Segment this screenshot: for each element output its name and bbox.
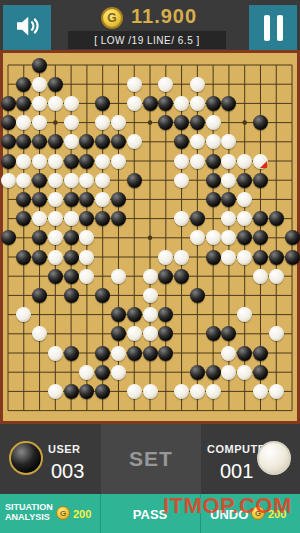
- user-black-stone-avatar: [9, 441, 43, 475]
- stone-black-4-17[interactable]: [64, 384, 79, 399]
- stone-black-16-10[interactable]: [253, 250, 268, 265]
- sound-button[interactable]: [3, 5, 51, 50]
- stone-white-9-12[interactable]: [143, 288, 158, 303]
- stone-black-18-9[interactable]: [285, 230, 300, 245]
- go-game-app: G 11.900 [ LOW /19 LINE/ 6.5 ] USER 003 …: [0, 0, 300, 533]
- stone-white-2-5[interactable]: [32, 154, 47, 169]
- stone-black-9-2[interactable]: [143, 96, 158, 111]
- stone-black-8-13[interactable]: [127, 307, 142, 322]
- stone-white-9-17[interactable]: [143, 384, 158, 399]
- stone-white-6-5[interactable]: [95, 154, 110, 169]
- stone-black-7-7[interactable]: [111, 192, 126, 207]
- stone-white-14-5[interactable]: [221, 154, 236, 169]
- stone-white-5-16[interactable]: [79, 365, 94, 380]
- stone-white-3-10[interactable]: [48, 250, 63, 265]
- stone-white-8-14[interactable]: [127, 326, 142, 341]
- stone-black-0-3[interactable]: [1, 115, 16, 130]
- stone-white-16-11[interactable]: [253, 269, 268, 284]
- stone-white-14-10[interactable]: [221, 250, 236, 265]
- stone-black-17-8[interactable]: [269, 211, 284, 226]
- stone-black-7-13[interactable]: [111, 307, 126, 322]
- stone-black-12-3[interactable]: [190, 115, 205, 130]
- stone-black-3-1[interactable]: [48, 77, 63, 92]
- stone-white-7-15[interactable]: [111, 346, 126, 361]
- computer-score: 001: [220, 460, 253, 483]
- stone-black-10-15[interactable]: [158, 346, 173, 361]
- stone-white-3-5[interactable]: [48, 154, 63, 169]
- stone-black-16-6[interactable]: [253, 173, 268, 188]
- stone-black-4-11[interactable]: [64, 269, 79, 284]
- stone-black-15-15[interactable]: [237, 346, 252, 361]
- coin-icon: G: [101, 7, 123, 29]
- stone-black-4-12[interactable]: [64, 288, 79, 303]
- header-bar: G 11.900 [ LOW /19 LINE/ 6.5 ]: [0, 0, 300, 50]
- stone-white-5-10[interactable]: [79, 250, 94, 265]
- stone-black-13-2[interactable]: [206, 96, 221, 111]
- stone-black-2-6[interactable]: [32, 173, 47, 188]
- stone-white-13-3[interactable]: [206, 115, 221, 130]
- stone-white-4-3[interactable]: [64, 115, 79, 130]
- stone-white-10-10[interactable]: [158, 250, 173, 265]
- stone-white-9-11[interactable]: [143, 269, 158, 284]
- stone-black-3-11[interactable]: [48, 269, 63, 284]
- player-bar: USER 003 SET COMPUTER 001: [0, 424, 300, 494]
- stone-white-13-9[interactable]: [206, 230, 221, 245]
- stone-white-1-6[interactable]: [16, 173, 31, 188]
- stone-black-0-5[interactable]: [1, 154, 16, 169]
- stone-white-11-2[interactable]: [174, 96, 189, 111]
- stone-black-4-15[interactable]: [64, 346, 79, 361]
- speaker-icon: [12, 11, 42, 45]
- stone-white-16-17[interactable]: [253, 384, 268, 399]
- stone-black-8-6[interactable]: [127, 173, 142, 188]
- stone-black-0-4[interactable]: [1, 134, 16, 149]
- stone-black-11-11[interactable]: [174, 269, 189, 284]
- stone-black-0-9[interactable]: [1, 230, 16, 245]
- stone-white-3-8[interactable]: [48, 211, 63, 226]
- stone-white-11-5[interactable]: [174, 154, 189, 169]
- stone-black-5-5[interactable]: [79, 154, 94, 169]
- stone-black-13-5[interactable]: [206, 154, 221, 169]
- stone-black-13-6[interactable]: [206, 173, 221, 188]
- user-score: 003: [51, 460, 84, 483]
- stone-black-1-1[interactable]: [16, 77, 31, 92]
- stone-black-6-2[interactable]: [95, 96, 110, 111]
- stone-white-5-6[interactable]: [79, 173, 94, 188]
- go-board[interactable]: [0, 50, 300, 424]
- stone-white-12-1[interactable]: [190, 77, 205, 92]
- stone-black-12-16[interactable]: [190, 365, 205, 380]
- stone-white-7-11[interactable]: [111, 269, 126, 284]
- stone-white-11-10[interactable]: [174, 250, 189, 265]
- stone-black-13-10[interactable]: [206, 250, 221, 265]
- stone-white-17-17[interactable]: [269, 384, 284, 399]
- stone-black-4-9[interactable]: [64, 230, 79, 245]
- stone-white-13-4[interactable]: [206, 134, 221, 149]
- stone-white-8-17[interactable]: [127, 384, 142, 399]
- stone-white-1-5[interactable]: [16, 154, 31, 169]
- stone-white-4-8[interactable]: [64, 211, 79, 226]
- watermark: ITMOP.COM: [163, 493, 292, 519]
- stone-black-9-15[interactable]: [143, 346, 158, 361]
- stone-white-7-16[interactable]: [111, 365, 126, 380]
- stone-black-7-8[interactable]: [111, 211, 126, 226]
- stone-white-9-13[interactable]: [143, 307, 158, 322]
- stone-black-2-7[interactable]: [32, 192, 47, 207]
- stone-black-8-15[interactable]: [127, 346, 142, 361]
- stone-white-5-11[interactable]: [79, 269, 94, 284]
- stone-black-2-12[interactable]: [32, 288, 47, 303]
- stone-black-12-8[interactable]: [190, 211, 205, 226]
- stone-white-12-17[interactable]: [190, 384, 205, 399]
- stone-white-2-1[interactable]: [32, 77, 47, 92]
- stone-black-6-16[interactable]: [95, 365, 110, 380]
- stone-white-4-4[interactable]: [64, 134, 79, 149]
- situation-analysis-button[interactable]: SITUATION ANALYSIS: [5, 502, 53, 522]
- stone-white-4-6[interactable]: [64, 173, 79, 188]
- stone-white-13-17[interactable]: [206, 384, 221, 399]
- coin-icon: G: [56, 506, 70, 520]
- stone-black-4-5[interactable]: [64, 154, 79, 169]
- stone-black-15-6[interactable]: [237, 173, 252, 188]
- stone-white-11-17[interactable]: [174, 384, 189, 399]
- stone-white-17-14[interactable]: [269, 326, 284, 341]
- coin-balance: 11.900: [131, 5, 197, 28]
- stone-white-10-1[interactable]: [158, 77, 173, 92]
- stone-white-15-7[interactable]: [237, 192, 252, 207]
- stone-white-4-2[interactable]: [64, 96, 79, 111]
- last-move-marker: [260, 161, 267, 168]
- stone-black-13-14[interactable]: [206, 326, 221, 341]
- stone-white-9-14[interactable]: [143, 326, 158, 341]
- stone-black-17-10[interactable]: [269, 250, 284, 265]
- stone-black-4-10[interactable]: [64, 250, 79, 265]
- stone-white-8-2[interactable]: [127, 96, 142, 111]
- stone-white-15-10[interactable]: [237, 250, 252, 265]
- stone-white-0-6[interactable]: [1, 173, 16, 188]
- stone-black-16-16[interactable]: [253, 365, 268, 380]
- stone-white-3-7[interactable]: [48, 192, 63, 207]
- user-label: USER: [48, 443, 81, 455]
- stone-white-15-5[interactable]: [237, 154, 252, 169]
- stone-black-12-12[interactable]: [190, 288, 205, 303]
- stone-white-17-11[interactable]: [269, 269, 284, 284]
- stone-white-16-5[interactable]: [253, 154, 268, 169]
- stone-black-6-17[interactable]: [95, 384, 110, 399]
- stone-white-3-6[interactable]: [48, 173, 63, 188]
- stone-white-12-5[interactable]: [190, 154, 205, 169]
- stone-black-16-15[interactable]: [253, 346, 268, 361]
- stone-white-12-2[interactable]: [190, 96, 205, 111]
- stone-black-18-10[interactable]: [285, 250, 300, 265]
- stone-white-14-15[interactable]: [221, 346, 236, 361]
- stone-black-2-0[interactable]: [32, 58, 47, 73]
- stone-white-7-3[interactable]: [111, 115, 126, 130]
- stone-black-16-3[interactable]: [253, 115, 268, 130]
- situation-cost: 200: [73, 508, 91, 520]
- pause-button[interactable]: [249, 5, 297, 50]
- stone-white-6-7[interactable]: [95, 192, 110, 207]
- game-settings-label: [ LOW /19 LINE/ 6.5 ]: [68, 31, 226, 49]
- stone-white-7-5[interactable]: [111, 154, 126, 169]
- stone-white-11-6[interactable]: [174, 173, 189, 188]
- stone-white-8-4[interactable]: [127, 134, 142, 149]
- stone-black-2-10[interactable]: [32, 250, 47, 265]
- stone-black-13-7[interactable]: [206, 192, 221, 207]
- stone-black-10-11[interactable]: [158, 269, 173, 284]
- stone-black-1-10[interactable]: [16, 250, 31, 265]
- stone-white-15-16[interactable]: [237, 365, 252, 380]
- pause-icon: [264, 15, 283, 41]
- stone-black-6-12[interactable]: [95, 288, 110, 303]
- set-button[interactable]: SET: [101, 424, 201, 494]
- stone-white-3-17[interactable]: [48, 384, 63, 399]
- computer-white-stone-avatar: [257, 441, 291, 475]
- stone-white-3-15[interactable]: [48, 346, 63, 361]
- stone-black-6-15[interactable]: [95, 346, 110, 361]
- stone-black-4-7[interactable]: [64, 192, 79, 207]
- stone-white-8-1[interactable]: [127, 77, 142, 92]
- stone-black-0-2[interactable]: [1, 96, 16, 111]
- stone-white-6-6[interactable]: [95, 173, 110, 188]
- stone-black-16-8[interactable]: [253, 211, 268, 226]
- stone-white-2-2[interactable]: [32, 96, 47, 111]
- stone-white-3-2[interactable]: [48, 96, 63, 111]
- stone-black-13-16[interactable]: [206, 365, 221, 380]
